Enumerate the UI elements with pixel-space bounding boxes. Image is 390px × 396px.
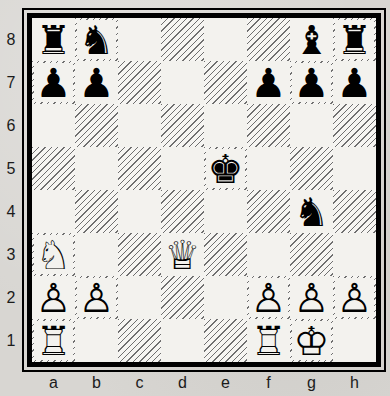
file-labels: abcdefgh [32,371,376,395]
square-e5[interactable]: ♚ [204,147,247,190]
file-label-f: f [247,371,290,395]
piece-black-pawn-a7[interactable]: ♟ [34,63,73,102]
piece-black-knight-g4[interactable]: ♞ [292,192,331,231]
square-g8[interactable]: ♝ [290,18,333,61]
file-label-d: d [161,371,204,395]
rank-labels: 87654321 [0,18,22,362]
square-e6[interactable] [204,104,247,147]
rank-label-1: 1 [0,319,22,362]
piece-black-pawn-b7[interactable]: ♟ [77,63,116,102]
chessboard-grid: ♜♞♝♜♟♟♟♟♟♚♞♘♕♙♙♙♙♙♖♖♔ [32,18,376,362]
square-b2[interactable]: ♙ [75,276,118,319]
piece-black-rook-h8[interactable]: ♜ [335,20,374,59]
square-f5[interactable] [247,147,290,190]
square-h5[interactable] [333,147,376,190]
square-h8[interactable]: ♜ [333,18,376,61]
square-c1[interactable] [118,319,161,362]
file-label-c: c [118,371,161,395]
square-f3[interactable] [247,233,290,276]
square-c4[interactable] [118,190,161,233]
square-g7[interactable]: ♟ [290,61,333,104]
file-label-h: h [333,371,376,395]
piece-white-pawn-b2[interactable]: ♙ [77,278,116,317]
square-g1[interactable]: ♔ [290,319,333,362]
file-label-a: a [32,371,75,395]
square-e7[interactable] [204,61,247,104]
square-g6[interactable] [290,104,333,147]
piece-black-pawn-h7[interactable]: ♟ [335,63,374,102]
piece-white-rook-f1[interactable]: ♖ [249,321,288,360]
square-h1[interactable] [333,319,376,362]
piece-black-pawn-g7[interactable]: ♟ [292,63,331,102]
square-d6[interactable] [161,104,204,147]
square-d3[interactable]: ♕ [161,233,204,276]
square-f7[interactable]: ♟ [247,61,290,104]
rank-label-6: 6 [0,104,22,147]
square-d4[interactable] [161,190,204,233]
square-e2[interactable] [204,276,247,319]
board-inner-border: ♜♞♝♜♟♟♟♟♟♚♞♘♕♙♙♙♙♙♖♖♔ [27,13,381,367]
piece-white-queen-d3[interactable]: ♕ [163,235,202,274]
square-a4[interactable] [32,190,75,233]
square-c2[interactable] [118,276,161,319]
square-a1[interactable]: ♖ [32,319,75,362]
file-label-g: g [290,371,333,395]
rank-label-2: 2 [0,276,22,319]
square-e3[interactable] [204,233,247,276]
square-b1[interactable] [75,319,118,362]
square-b6[interactable] [75,104,118,147]
square-d8[interactable] [161,18,204,61]
piece-white-pawn-h2[interactable]: ♙ [335,278,374,317]
piece-black-bishop-g8[interactable]: ♝ [292,20,331,59]
square-a5[interactable] [32,147,75,190]
square-c8[interactable] [118,18,161,61]
square-b8[interactable]: ♞ [75,18,118,61]
square-f2[interactable]: ♙ [247,276,290,319]
square-c6[interactable] [118,104,161,147]
square-a3[interactable]: ♘ [32,233,75,276]
square-b7[interactable]: ♟ [75,61,118,104]
square-e1[interactable] [204,319,247,362]
piece-white-pawn-f2[interactable]: ♙ [249,278,288,317]
square-h7[interactable]: ♟ [333,61,376,104]
square-d1[interactable] [161,319,204,362]
piece-white-rook-a1[interactable]: ♖ [34,321,73,360]
square-a6[interactable] [32,104,75,147]
piece-white-knight-a3[interactable]: ♘ [34,235,73,274]
rank-label-4: 4 [0,190,22,233]
square-g4[interactable]: ♞ [290,190,333,233]
file-label-b: b [75,371,118,395]
square-a8[interactable]: ♜ [32,18,75,61]
square-d5[interactable] [161,147,204,190]
rank-label-7: 7 [0,61,22,104]
square-a7[interactable]: ♟ [32,61,75,104]
square-g5[interactable] [290,147,333,190]
square-c7[interactable] [118,61,161,104]
square-d2[interactable] [161,276,204,319]
square-f1[interactable]: ♖ [247,319,290,362]
square-a2[interactable]: ♙ [32,276,75,319]
square-d7[interactable] [161,61,204,104]
square-f4[interactable] [247,190,290,233]
piece-black-rook-a8[interactable]: ♜ [34,20,73,59]
file-label-e: e [204,371,247,395]
page-background: 87654321 ♜♞♝♜♟♟♟♟♟♚♞♘♕♙♙♙♙♙♖♖♔ abcdefgh [0,0,390,396]
square-e8[interactable] [204,18,247,61]
square-f8[interactable] [247,18,290,61]
square-b4[interactable] [75,190,118,233]
square-e4[interactable] [204,190,247,233]
rank-label-5: 5 [0,147,22,190]
piece-black-knight-b8[interactable]: ♞ [77,20,116,59]
square-h2[interactable]: ♙ [333,276,376,319]
square-g2[interactable]: ♙ [290,276,333,319]
piece-white-king-g1[interactable]: ♔ [292,321,331,360]
rank-label-3: 3 [0,233,22,276]
piece-black-king-e5[interactable]: ♚ [206,149,245,188]
board-frame: ♜♞♝♜♟♟♟♟♟♚♞♘♕♙♙♙♙♙♖♖♔ [22,8,386,372]
piece-white-pawn-a2[interactable]: ♙ [34,278,73,317]
square-g3[interactable] [290,233,333,276]
square-c5[interactable] [118,147,161,190]
square-b3[interactable] [75,233,118,276]
square-c3[interactable] [118,233,161,276]
square-h6[interactable] [333,104,376,147]
square-h4[interactable] [333,190,376,233]
square-h3[interactable] [333,233,376,276]
piece-white-pawn-g2[interactable]: ♙ [292,278,331,317]
rank-label-8: 8 [0,18,22,61]
square-f6[interactable] [247,104,290,147]
square-b5[interactable] [75,147,118,190]
piece-black-pawn-f7[interactable]: ♟ [249,63,288,102]
